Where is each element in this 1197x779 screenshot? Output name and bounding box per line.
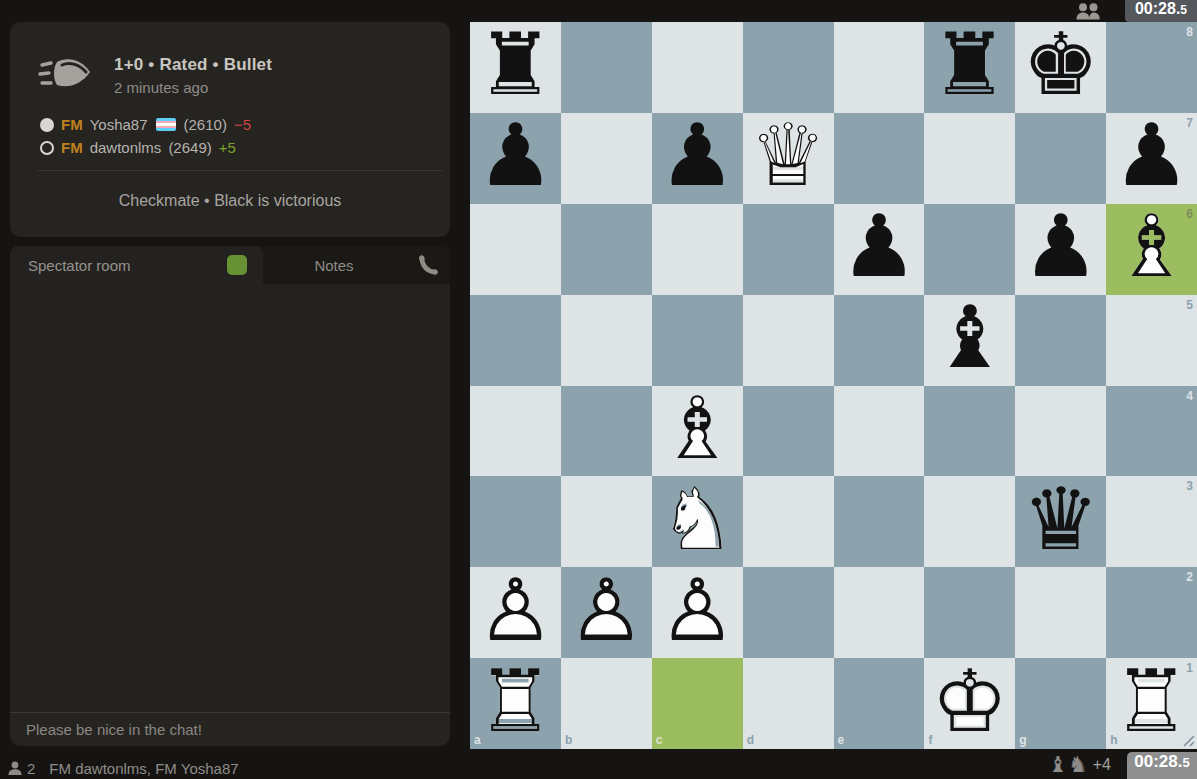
chess-board: ♜♜♚8♟♟♛♕7♟♟♟6♝♗♝5♝♗4♞♘♛3♟♙♟♙♟♙2a♜♖bcdef♚… xyxy=(470,22,1197,749)
rank-label: 5 xyxy=(1186,298,1193,312)
square-c7[interactable]: ♟ xyxy=(652,113,743,204)
top-player-clock: 00:28.5 xyxy=(1125,0,1197,22)
square-c1[interactable]: c xyxy=(652,658,743,749)
square-d2[interactable] xyxy=(743,567,834,658)
square-h4[interactable]: 4 xyxy=(1106,386,1197,477)
square-e6[interactable]: ♟ xyxy=(834,204,925,295)
bottom-player-clock: 00:28.5 xyxy=(1127,752,1197,779)
game-meta: 1+0 • Rated • Bullet 2 minutes ago xyxy=(38,52,272,98)
square-a5[interactable] xyxy=(470,295,561,386)
square-b5[interactable] xyxy=(561,295,652,386)
person-icon xyxy=(8,761,22,776)
game-time-ago: 2 minutes ago xyxy=(114,79,272,96)
player-rating: (2610) xyxy=(184,116,227,133)
rank-label: 3 xyxy=(1186,479,1193,493)
piece-black-pawn[interactable]: ♟ xyxy=(470,113,561,204)
piece-white-pawn[interactable]: ♟♙ xyxy=(652,567,743,658)
piece-black-pawn[interactable]: ♟ xyxy=(834,204,925,295)
square-h5[interactable]: 5 xyxy=(1106,295,1197,386)
piece-white-king[interactable]: ♚♔ xyxy=(924,658,1015,749)
square-f7[interactable] xyxy=(924,113,1015,204)
piece-black-rook[interactable]: ♜ xyxy=(924,22,1015,113)
square-a3[interactable] xyxy=(470,476,561,567)
tab-label: Notes xyxy=(314,257,353,274)
player-white[interactable]: FM Yosha87 (2610) −5 xyxy=(40,113,251,136)
square-a8[interactable]: ♜ xyxy=(470,22,561,113)
square-b6[interactable] xyxy=(561,204,652,295)
spectator-count: 2 xyxy=(27,760,35,777)
file-label: d xyxy=(747,733,754,747)
file-label: c xyxy=(656,733,663,747)
square-g2[interactable] xyxy=(1015,567,1106,658)
game-info-card: 1+0 • Rated • Bullet 2 minutes ago FM Yo… xyxy=(10,22,450,237)
square-g3[interactable]: ♛ xyxy=(1015,476,1106,567)
square-a2[interactable]: ♟♙ xyxy=(470,567,561,658)
rank-label: 4 xyxy=(1186,389,1193,403)
square-a1[interactable]: a♜♖ xyxy=(470,658,561,749)
square-c8[interactable] xyxy=(652,22,743,113)
square-b4[interactable] xyxy=(561,386,652,477)
square-e4[interactable] xyxy=(834,386,925,477)
square-e3[interactable] xyxy=(834,476,925,567)
piece-black-king[interactable]: ♚ xyxy=(1015,22,1106,113)
square-c3[interactable]: ♞♘ xyxy=(652,476,743,567)
square-d7[interactable]: ♛♕ xyxy=(743,113,834,204)
player-title: FM xyxy=(61,139,83,156)
bullet-icon xyxy=(38,52,98,98)
transgender-flag-icon xyxy=(156,118,176,131)
square-e2[interactable] xyxy=(834,567,925,658)
square-d1[interactable]: d xyxy=(743,658,834,749)
square-b7[interactable] xyxy=(561,113,652,204)
square-g6[interactable]: ♟ xyxy=(1015,204,1106,295)
square-d3[interactable] xyxy=(743,476,834,567)
square-c2[interactable]: ♟♙ xyxy=(652,567,743,658)
piece-white-rook[interactable]: ♜♖ xyxy=(470,658,561,749)
square-e1[interactable]: e xyxy=(834,658,925,749)
spectators-icon xyxy=(1076,3,1100,20)
card-divider xyxy=(38,170,442,171)
square-a4[interactable] xyxy=(470,386,561,477)
player-list: FM Yosha87 (2610) −5 FM dawtonlms (2649)… xyxy=(40,113,251,159)
player-black[interactable]: FM dawtonlms (2649) +5 xyxy=(40,136,251,159)
square-e5[interactable] xyxy=(834,295,925,386)
piece-white-pawn[interactable]: ♟♙ xyxy=(561,567,652,658)
chat-tabs: Spectator room Notes xyxy=(10,246,450,284)
square-g7[interactable] xyxy=(1015,113,1106,204)
square-d5[interactable] xyxy=(743,295,834,386)
tab-notes[interactable]: Notes xyxy=(263,246,405,284)
square-c4[interactable]: ♝♗ xyxy=(652,386,743,477)
piece-black-bishop[interactable]: ♝ xyxy=(924,295,1015,386)
square-b3[interactable] xyxy=(561,476,652,567)
square-h6[interactable]: 6♝♗ xyxy=(1106,204,1197,295)
player-title: FM xyxy=(61,116,83,133)
piece-white-bishop[interactable]: ♝♗ xyxy=(652,386,743,477)
board-resize-handle[interactable] xyxy=(1181,733,1195,747)
piece-black-pawn[interactable]: ♟ xyxy=(1106,113,1197,204)
square-a6[interactable] xyxy=(470,204,561,295)
square-b8[interactable] xyxy=(561,22,652,113)
rank-label: 2 xyxy=(1186,570,1193,584)
white-side-icon xyxy=(40,118,54,132)
captured-pieces: ♝♞ +4 xyxy=(1048,751,1111,779)
square-h2[interactable]: 2 xyxy=(1106,567,1197,658)
square-f5[interactable]: ♝ xyxy=(924,295,1015,386)
player-rating: (2649) xyxy=(168,139,211,156)
piece-white-bishop[interactable]: ♝♗ xyxy=(1106,204,1197,295)
square-c5[interactable] xyxy=(652,295,743,386)
square-h8[interactable]: 8 xyxy=(1106,22,1197,113)
square-f3[interactable] xyxy=(924,476,1015,567)
chat-toggle[interactable] xyxy=(227,255,247,275)
player-name: dawtonlms xyxy=(90,139,162,156)
square-d6[interactable] xyxy=(743,204,834,295)
file-label: b xyxy=(565,733,572,747)
spectator-names[interactable]: FM dawtonlms, FM Yosha87 xyxy=(49,760,238,777)
square-h7[interactable]: 7♟ xyxy=(1106,113,1197,204)
tab-label: Spectator room xyxy=(28,257,131,274)
square-f8[interactable]: ♜ xyxy=(924,22,1015,113)
file-label: e xyxy=(838,733,845,747)
rating-change: +5 xyxy=(219,139,236,156)
square-h3[interactable]: 3 xyxy=(1106,476,1197,567)
file-label: g xyxy=(1019,733,1026,747)
square-f1[interactable]: f♚♔ xyxy=(924,658,1015,749)
piece-white-pawn[interactable]: ♟♙ xyxy=(470,567,561,658)
square-g4[interactable] xyxy=(1015,386,1106,477)
piece-black-pawn[interactable]: ♟ xyxy=(652,113,743,204)
player-name: Yosha87 xyxy=(90,116,148,133)
square-f2[interactable] xyxy=(924,567,1015,658)
square-b2[interactable]: ♟♙ xyxy=(561,567,652,658)
square-d4[interactable] xyxy=(743,386,834,477)
captured-knight-icon: ♞ xyxy=(1068,752,1088,777)
piece-black-rook[interactable]: ♜ xyxy=(470,22,561,113)
chat-input[interactable] xyxy=(10,712,450,746)
tab-spectator-room[interactable]: Spectator room xyxy=(10,246,263,284)
rating-change: −5 xyxy=(234,116,251,133)
square-g5[interactable] xyxy=(1015,295,1106,386)
game-setup: 1+0 • Rated • Bullet xyxy=(114,55,272,75)
square-f4[interactable] xyxy=(924,386,1015,477)
square-e8[interactable] xyxy=(834,22,925,113)
piece-white-knight[interactable]: ♞♘ xyxy=(652,476,743,567)
rank-label: 8 xyxy=(1186,25,1193,39)
captured-bishop-icon: ♝ xyxy=(1048,752,1068,777)
square-g1[interactable]: g xyxy=(1015,658,1106,749)
square-e7[interactable] xyxy=(834,113,925,204)
square-f6[interactable] xyxy=(924,204,1015,295)
game-result: Checkmate • Black is victorious xyxy=(10,192,450,210)
square-a7[interactable]: ♟ xyxy=(470,113,561,204)
chat-messages xyxy=(10,284,450,712)
square-d8[interactable] xyxy=(743,22,834,113)
phone-icon[interactable] xyxy=(418,255,438,275)
square-b1[interactable]: b xyxy=(561,658,652,749)
square-g8[interactable]: ♚ xyxy=(1015,22,1106,113)
piece-white-queen[interactable]: ♛♕ xyxy=(743,113,834,204)
material-advantage: +4 xyxy=(1093,756,1111,774)
black-side-icon xyxy=(40,141,54,155)
piece-black-pawn[interactable]: ♟ xyxy=(1015,204,1106,295)
square-c6[interactable] xyxy=(652,204,743,295)
piece-black-queen[interactable]: ♛ xyxy=(1015,476,1106,567)
spectator-list: 2 FM dawtonlms, FM Yosha87 xyxy=(8,760,239,777)
